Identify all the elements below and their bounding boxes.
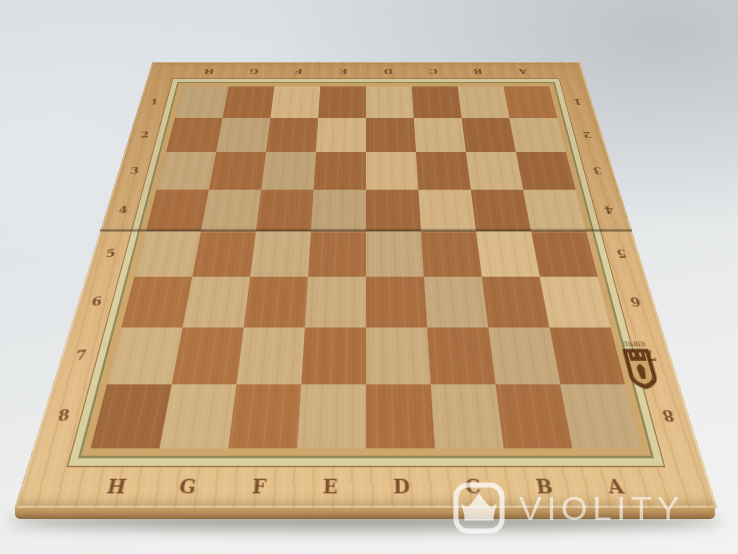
square-d8 (366, 384, 435, 448)
square-f4 (256, 190, 314, 231)
square-g7 (172, 328, 244, 385)
square-d7 (366, 328, 431, 385)
square-d4 (366, 190, 421, 231)
square-e5 (308, 231, 366, 277)
square-e7 (301, 328, 366, 385)
square-e6 (305, 277, 366, 328)
square-c3 (416, 152, 471, 190)
square-b1 (458, 86, 510, 117)
file-label-top-B: B (455, 65, 502, 77)
square-b8 (496, 384, 573, 448)
square-b2 (462, 118, 516, 152)
rank-label-left-4: 4 (108, 189, 138, 233)
file-labels-top: HGFEDCBA (185, 65, 546, 77)
square-a2 (509, 118, 566, 152)
square-e4 (311, 190, 366, 231)
board-field (91, 86, 642, 448)
file-label-bottom-F: F (221, 470, 296, 506)
square-f8 (228, 384, 301, 448)
rank-label-left-6: 6 (79, 275, 114, 329)
square-e2 (316, 118, 366, 152)
file-label-top-C: C (410, 65, 456, 77)
square-g8 (159, 384, 236, 448)
square-g1 (223, 86, 275, 117)
file-label-top-G: G (230, 65, 277, 77)
file-label-top-D: D (366, 65, 411, 77)
file-label-bottom-G: G (149, 470, 226, 506)
square-h5 (134, 231, 201, 277)
violity-watermark: VIOLITY (452, 481, 684, 535)
square-c2 (414, 118, 466, 152)
square-g6 (183, 277, 251, 328)
square-e3 (314, 152, 366, 190)
square-b4 (471, 190, 531, 231)
square-h6 (121, 277, 192, 328)
square-d1 (366, 86, 414, 117)
square-c5 (421, 231, 482, 277)
square-f2 (266, 118, 318, 152)
square-c1 (412, 86, 462, 117)
square-d5 (366, 231, 424, 277)
square-h4 (146, 190, 209, 231)
watermark-text: VIOLITY (519, 481, 684, 535)
rank-label-left-3: 3 (120, 151, 148, 191)
square-b5 (476, 231, 540, 277)
file-label-top-F: F (276, 65, 322, 77)
crest-gate-wall (628, 353, 646, 361)
square-a4 (523, 190, 586, 231)
square-f7 (236, 328, 304, 385)
file-label-top-H: H (185, 65, 232, 77)
file-label-top-E: E (321, 65, 366, 77)
chessboard: HGFEDCBA HGFEDCBA 12345678 12345678 ЛЬВІ… (15, 62, 718, 508)
square-f5 (250, 231, 311, 277)
square-h3 (157, 152, 217, 190)
square-b6 (482, 277, 550, 328)
rank-label-left-2: 2 (131, 117, 158, 153)
file-label-bottom-E: E (294, 470, 366, 506)
square-f3 (261, 152, 316, 190)
square-g5 (192, 231, 256, 277)
square-f1 (270, 86, 320, 117)
square-g2 (216, 118, 270, 152)
square-h2 (166, 118, 223, 152)
square-a5 (531, 231, 598, 277)
square-g3 (209, 152, 266, 190)
square-c6 (424, 277, 488, 328)
rank-label-left-5: 5 (94, 230, 126, 278)
square-a3 (516, 152, 576, 190)
square-c8 (431, 384, 504, 448)
square-d2 (366, 118, 416, 152)
square-b7 (488, 328, 560, 385)
square-e8 (297, 384, 366, 448)
file-label-bottom-H: H (76, 470, 155, 506)
square-e1 (318, 86, 366, 117)
square-d3 (366, 152, 418, 190)
crown-icon (452, 481, 506, 535)
square-d6 (366, 277, 427, 328)
square-a1 (503, 86, 557, 117)
crest-label: ЛЬВІВ (621, 341, 647, 348)
fold-hinge-seam (100, 229, 633, 233)
square-f6 (244, 277, 308, 328)
file-label-top-A: A (499, 65, 546, 77)
square-h1 (175, 86, 229, 117)
file-label-bottom-D: D (366, 470, 438, 506)
square-g4 (201, 190, 261, 231)
square-h7 (107, 328, 183, 385)
photo-scene: HGFEDCBA HGFEDCBA 12345678 12345678 ЛЬВІ… (0, 0, 738, 554)
square-c7 (427, 328, 495, 385)
square-b3 (466, 152, 523, 190)
rank-label-left-1: 1 (141, 86, 166, 119)
square-c4 (418, 190, 476, 231)
